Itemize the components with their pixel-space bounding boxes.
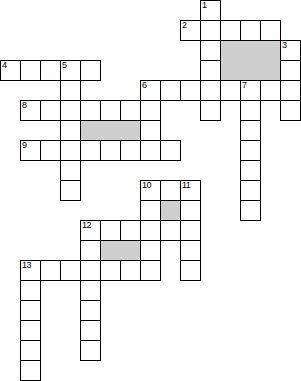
- answer-cell-r3c3[interactable]: 5: [60, 60, 81, 81]
- answer-cell-r15c4[interactable]: [80, 300, 101, 321]
- answer-cell-r13c5[interactable]: [100, 260, 121, 281]
- answer-cell-r5c5[interactable]: [100, 100, 121, 121]
- answer-cell-r13c6[interactable]: [120, 260, 141, 281]
- answer-cell-r11c8[interactable]: [160, 220, 181, 241]
- answer-cell-r9c12[interactable]: [240, 180, 261, 201]
- answer-cell-r14c4[interactable]: [80, 280, 101, 301]
- clue-number-2: 2: [182, 21, 187, 30]
- answer-cell-r5c6[interactable]: [120, 100, 141, 121]
- answer-cell-r3c0[interactable]: 4: [0, 60, 21, 81]
- clue-number-11: 11: [182, 181, 190, 190]
- answer-cell-r4c13[interactable]: [260, 80, 281, 101]
- answer-cell-r11c6[interactable]: [120, 220, 141, 241]
- answer-cell-r0c10[interactable]: 1: [200, 0, 221, 21]
- clue-number-7: 7: [242, 81, 247, 90]
- answer-cell-r12c4[interactable]: [80, 240, 101, 261]
- answer-cell-r5c10[interactable]: [200, 100, 221, 121]
- blocked-cells-r12c5: [101, 241, 140, 260]
- answer-cell-r13c4[interactable]: [80, 260, 101, 281]
- answer-cell-r10c12[interactable]: [240, 200, 261, 221]
- clue-number-3: 3: [282, 41, 287, 50]
- answer-cell-r11c4[interactable]: 12: [80, 220, 101, 241]
- answer-cell-r5c14[interactable]: [280, 100, 301, 121]
- answer-cell-r2c10[interactable]: [200, 40, 221, 61]
- answer-cell-r1c13[interactable]: [260, 20, 281, 41]
- answer-cell-r14c1[interactable]: [20, 280, 41, 301]
- answer-cell-r11c9[interactable]: [180, 220, 201, 241]
- answer-cell-r11c5[interactable]: [100, 220, 121, 241]
- answer-cell-r13c9[interactable]: [180, 260, 201, 281]
- answer-cell-r8c3[interactable]: [60, 160, 81, 181]
- answer-cell-r7c4[interactable]: [80, 140, 101, 161]
- answer-cell-r2c14[interactable]: 3: [280, 40, 301, 61]
- answer-cell-r5c3[interactable]: [60, 100, 81, 121]
- answer-cell-r7c1[interactable]: 9: [20, 140, 41, 161]
- answer-cell-r6c7[interactable]: [140, 120, 161, 141]
- clue-number-6: 6: [142, 81, 147, 90]
- answer-cell-r4c8[interactable]: [160, 80, 181, 101]
- answer-cell-r11c7[interactable]: [140, 220, 161, 241]
- clue-number-1: 1: [202, 1, 207, 10]
- answer-cell-r9c9[interactable]: 11: [180, 180, 201, 201]
- answer-cell-r1c9[interactable]: 2: [180, 20, 201, 41]
- answer-cell-r9c8[interactable]: [160, 180, 181, 201]
- answer-cell-r7c8[interactable]: [160, 140, 181, 161]
- answer-cell-r1c12[interactable]: [240, 20, 261, 41]
- page: 12345678910111213: [0, 0, 301, 381]
- answer-cell-r7c6[interactable]: [120, 140, 141, 161]
- answer-cell-r9c7[interactable]: 10: [140, 180, 161, 201]
- answer-cell-r7c2[interactable]: [40, 140, 61, 161]
- answer-cell-r8c12[interactable]: [240, 160, 261, 181]
- answer-cell-r3c1[interactable]: [20, 60, 41, 81]
- answer-cell-r6c3[interactable]: [60, 120, 81, 141]
- answer-cell-r13c7[interactable]: [140, 260, 161, 281]
- answer-cell-r7c7[interactable]: [140, 140, 161, 161]
- answer-cell-r7c12[interactable]: [240, 140, 261, 161]
- answer-cell-r17c1[interactable]: [20, 340, 41, 361]
- answer-cell-r13c1[interactable]: 13: [20, 260, 41, 281]
- clue-number-5: 5: [62, 61, 67, 70]
- blocked-cells-r10c8: [161, 201, 180, 220]
- clue-number-10: 10: [142, 181, 151, 190]
- answer-cell-r4c9[interactable]: [180, 80, 201, 101]
- answer-cell-r5c2[interactable]: [40, 100, 61, 121]
- answer-cell-r12c7[interactable]: [140, 240, 161, 261]
- answer-cell-r4c7[interactable]: 6: [140, 80, 161, 101]
- answer-cell-r5c12[interactable]: [240, 100, 261, 121]
- answer-cell-r4c12[interactable]: 7: [240, 80, 261, 101]
- answer-cell-r1c10[interactable]: [200, 20, 221, 41]
- answer-cell-r7c3[interactable]: [60, 140, 81, 161]
- blocked-cells-r2c11: [221, 41, 280, 80]
- answer-cell-r5c1[interactable]: 8: [20, 100, 41, 121]
- clue-number-8: 8: [22, 101, 27, 110]
- answer-cell-r10c9[interactable]: [180, 200, 201, 221]
- answer-cell-r12c9[interactable]: [180, 240, 201, 261]
- answer-cell-r4c14[interactable]: [280, 80, 301, 101]
- blocked-cells-r6c4: [81, 121, 140, 140]
- clue-number-12: 12: [82, 221, 91, 230]
- answer-cell-r6c12[interactable]: [240, 120, 261, 141]
- answer-cell-r10c7[interactable]: [140, 200, 161, 221]
- answer-cell-r5c4[interactable]: [80, 100, 101, 121]
- answer-cell-r17c4[interactable]: [80, 340, 101, 361]
- clue-number-9: 9: [22, 141, 27, 150]
- answer-cell-r16c4[interactable]: [80, 320, 101, 341]
- answer-cell-r5c7[interactable]: [140, 100, 161, 121]
- answer-cell-r4c10[interactable]: [200, 80, 221, 101]
- answer-cell-r3c4[interactable]: [80, 60, 101, 81]
- clue-number-13: 13: [22, 261, 31, 270]
- answer-cell-r3c2[interactable]: [40, 60, 61, 81]
- crossword-grid: 12345678910111213: [0, 0, 301, 381]
- answer-cell-r15c1[interactable]: [20, 300, 41, 321]
- answer-cell-r13c3[interactable]: [60, 260, 81, 281]
- clue-number-4: 4: [2, 61, 7, 70]
- answer-cell-r1c11[interactable]: [220, 20, 241, 41]
- answer-cell-r3c14[interactable]: [280, 60, 301, 81]
- answer-cell-r4c11[interactable]: [220, 80, 241, 101]
- answer-cell-r9c3[interactable]: [60, 180, 81, 201]
- answer-cell-r16c1[interactable]: [20, 320, 41, 341]
- answer-cell-r13c2[interactable]: [40, 260, 61, 281]
- answer-cell-r7c5[interactable]: [100, 140, 121, 161]
- answer-cell-r18c1[interactable]: [20, 360, 41, 381]
- answer-cell-r4c3[interactable]: [60, 80, 81, 101]
- answer-cell-r3c10[interactable]: [200, 60, 221, 81]
